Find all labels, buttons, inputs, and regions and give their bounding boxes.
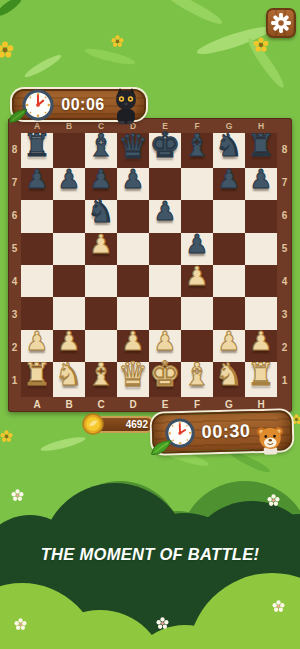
square-h8[interactable]: ♜: [245, 133, 277, 168]
rank-label: 5: [277, 232, 292, 265]
grass-blade: [40, 435, 87, 454]
coin-icon: [82, 413, 104, 435]
yellow-flower-icon: [291, 414, 300, 425]
file-label: F: [181, 397, 213, 412]
square-e6[interactable]: ♟: [149, 200, 181, 232]
square-g5[interactable]: [213, 233, 245, 265]
file-label: D: [117, 397, 149, 412]
rank-label: 4: [277, 265, 292, 298]
opponent-timer-panel: 00:06: [12, 89, 146, 120]
square-d7[interactable]: ♟: [117, 168, 149, 200]
square-c5[interactable]: ♟: [85, 233, 117, 265]
square-f6[interactable]: [181, 200, 213, 232]
rank-labels-right: 87654321: [277, 133, 292, 397]
square-c4[interactable]: [85, 265, 117, 297]
white-flower-icon: [11, 489, 24, 502]
file-label: B: [53, 397, 85, 412]
rank-label: 6: [277, 199, 292, 232]
black-bishop[interactable]: ♝: [183, 130, 211, 161]
square-h5[interactable]: [245, 233, 277, 265]
square-g8[interactable]: ♞: [213, 133, 245, 168]
square-h3[interactable]: [245, 297, 277, 329]
white-queen[interactable]: ♛: [118, 357, 148, 391]
square-a5[interactable]: [21, 233, 53, 265]
rank-label: 7: [277, 166, 292, 199]
opponent-time: 00:06: [52, 96, 114, 114]
yellow-flower-icon: [111, 35, 124, 48]
coin-counter: 4692: [92, 416, 155, 433]
tiger-cub-avatar: [255, 425, 286, 455]
white-pawn[interactable]: ♟: [249, 328, 272, 354]
rank-label: 2: [8, 331, 21, 364]
square-a7[interactable]: ♟: [21, 168, 53, 200]
square-h7[interactable]: ♟: [245, 168, 277, 200]
player-timer-panel: 00:30: [152, 410, 293, 454]
white-pawn[interactable]: ♟: [57, 328, 80, 354]
square-b3[interactable]: [53, 297, 85, 329]
gear-icon: [270, 12, 292, 34]
grass-blade: [84, 46, 137, 67]
rank-label: 8: [277, 133, 292, 166]
white-bishop[interactable]: ♝: [87, 359, 115, 390]
white-pawn[interactable]: ♟: [89, 231, 112, 257]
white-pawn[interactable]: ♟: [153, 328, 176, 354]
square-b7[interactable]: ♟: [53, 168, 85, 200]
app-screen: 00:06 ABCDEFGH 87654321 87654321 ♜♝♛♚♝♞♜…: [0, 0, 300, 649]
white-pawn[interactable]: ♟: [217, 328, 240, 354]
grass-blade: [23, 52, 63, 80]
square-g1[interactable]: ♞: [213, 362, 245, 397]
square-c6[interactable]: ♞: [85, 200, 117, 232]
rank-label: 1: [8, 364, 21, 397]
square-a6[interactable]: [21, 200, 53, 232]
square-e5[interactable]: [149, 233, 181, 265]
rank-label: 5: [8, 232, 21, 265]
square-d4[interactable]: [117, 265, 149, 297]
square-f1[interactable]: ♝: [181, 362, 213, 397]
coin-amount: 4692: [126, 419, 148, 430]
square-c1[interactable]: ♝: [85, 362, 117, 397]
rank-label: 4: [8, 265, 21, 298]
black-pawn[interactable]: ♟: [25, 166, 48, 192]
file-labels-bottom: ABCDEFGH: [21, 397, 277, 412]
white-flower-icon: [272, 600, 285, 613]
file-label: C: [85, 397, 117, 412]
square-d1[interactable]: ♛: [117, 362, 149, 397]
white-rook[interactable]: ♜: [247, 359, 275, 390]
square-c8[interactable]: ♝: [85, 133, 117, 168]
file-label: G: [213, 397, 245, 412]
square-d6[interactable]: [117, 200, 149, 232]
square-d5[interactable]: [117, 233, 149, 265]
black-king[interactable]: ♚: [149, 128, 180, 163]
leaf-icon: [148, 434, 176, 459]
chess-board: ABCDEFGH 87654321 87654321 ♜♝♛♚♝♞♜♟♟♟♟♟♟…: [8, 118, 292, 412]
white-pawn[interactable]: ♟: [25, 328, 48, 354]
square-b5[interactable]: [53, 233, 85, 265]
board-squares: ♜♝♛♚♝♞♜♟♟♟♟♟♟♞♟♟♟♟♟♟♟♟♟♟♜♞♝♛♚♝♞♜: [21, 133, 277, 397]
square-e7[interactable]: [149, 168, 181, 200]
white-pawn[interactable]: ♟: [185, 263, 208, 289]
square-h4[interactable]: [245, 265, 277, 297]
black-pawn[interactable]: ♟: [217, 166, 240, 192]
black-pawn[interactable]: ♟: [121, 166, 144, 192]
black-cat-avatar: [113, 88, 139, 125]
square-f5[interactable]: ♟: [181, 233, 213, 265]
black-pawn[interactable]: ♟: [249, 166, 272, 192]
black-pawn[interactable]: ♟: [57, 166, 80, 192]
square-e4[interactable]: [149, 265, 181, 297]
square-f4[interactable]: ♟: [181, 265, 213, 297]
square-g6[interactable]: [213, 200, 245, 232]
square-d8[interactable]: ♛: [117, 133, 149, 168]
square-e3[interactable]: [149, 297, 181, 329]
black-queen[interactable]: ♛: [118, 129, 148, 163]
white-pawn[interactable]: ♟: [121, 328, 144, 354]
white-flower-icon: [156, 617, 169, 630]
square-b6[interactable]: [53, 200, 85, 232]
rank-label: 1: [277, 364, 292, 397]
white-knight[interactable]: ♞: [215, 359, 243, 390]
square-e8[interactable]: ♚: [149, 133, 181, 168]
grass-blade: [161, 0, 224, 28]
square-g4[interactable]: [213, 265, 245, 297]
square-h1[interactable]: ♜: [245, 362, 277, 397]
square-a4[interactable]: [21, 265, 53, 297]
battle-banner: THE MOMENT OF BATTLE!: [0, 545, 300, 564]
square-f3[interactable]: [181, 297, 213, 329]
player-time: 00:30: [196, 421, 257, 444]
rank-label: 3: [8, 298, 21, 331]
rank-label: 8: [8, 133, 21, 166]
square-g7[interactable]: ♟: [213, 168, 245, 200]
square-a3[interactable]: [21, 297, 53, 329]
square-a1[interactable]: ♜: [21, 362, 53, 397]
black-bishop[interactable]: ♝: [87, 130, 115, 161]
white-rook[interactable]: ♜: [23, 359, 51, 390]
square-b1[interactable]: ♞: [53, 362, 85, 397]
square-b8[interactable]: [53, 133, 85, 168]
white-flower-icon: [267, 494, 280, 507]
square-a8[interactable]: ♜: [21, 133, 53, 168]
yellow-flower-icon: [0, 41, 14, 59]
yellow-flower-icon: [0, 430, 13, 443]
rank-label: 3: [277, 298, 292, 331]
square-d3[interactable]: [117, 297, 149, 329]
rank-labels-left: 87654321: [8, 133, 21, 397]
black-knight[interactable]: ♞: [87, 196, 115, 227]
square-h6[interactable]: [245, 200, 277, 232]
square-b4[interactable]: [53, 265, 85, 297]
white-flower-icon: [14, 618, 27, 631]
file-label: E: [149, 397, 181, 412]
file-label: B: [53, 118, 85, 133]
rank-label: 6: [8, 199, 21, 232]
settings-button[interactable]: [266, 8, 296, 38]
black-pawn[interactable]: ♟: [185, 231, 208, 257]
square-c3[interactable]: [85, 297, 117, 329]
black-pawn[interactable]: ♟: [89, 166, 112, 192]
rank-label: 2: [277, 331, 292, 364]
black-knight[interactable]: ♞: [215, 130, 243, 161]
white-king[interactable]: ♚: [149, 357, 180, 392]
yellow-flower-icon: [253, 37, 269, 53]
rank-label: 7: [8, 166, 21, 199]
black-rook[interactable]: ♜: [247, 130, 275, 161]
square-f7[interactable]: [181, 168, 213, 200]
square-e1[interactable]: ♚: [149, 362, 181, 397]
white-bishop[interactable]: ♝: [183, 359, 211, 390]
file-label: A: [21, 397, 53, 412]
square-g3[interactable]: [213, 297, 245, 329]
white-knight[interactable]: ♞: [55, 359, 83, 390]
leaf-blade: [0, 0, 24, 19]
black-rook[interactable]: ♜: [23, 130, 51, 161]
square-f8[interactable]: ♝: [181, 133, 213, 168]
black-pawn[interactable]: ♟: [153, 198, 176, 224]
leaf-icon: [6, 103, 32, 126]
